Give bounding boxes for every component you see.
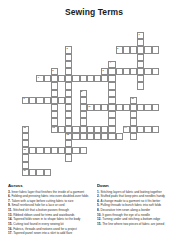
grid-cell[interactable] bbox=[51, 147, 58, 154]
grid-cell[interactable] bbox=[58, 147, 65, 154]
grid-cell[interactable] bbox=[94, 75, 101, 82]
grid-cell[interactable] bbox=[108, 118, 115, 125]
grid-cell[interactable] bbox=[22, 154, 29, 161]
grid-cell[interactable] bbox=[108, 111, 115, 118]
cell-number: 12 bbox=[23, 126, 25, 129]
grid-cell[interactable] bbox=[72, 75, 79, 82]
cell-number: 3 bbox=[117, 47, 118, 50]
grid-cell[interactable] bbox=[36, 147, 43, 154]
grid-cell[interactable] bbox=[152, 46, 159, 53]
clues-down-section: Down 1. Stitching layers of fabric and b… bbox=[97, 183, 183, 242]
grid-cell[interactable] bbox=[72, 147, 79, 154]
grid-cell[interactable] bbox=[130, 104, 137, 111]
grid-cell[interactable] bbox=[152, 104, 159, 111]
grid-cell[interactable] bbox=[144, 68, 151, 75]
grid-cell[interactable]: 3 bbox=[116, 46, 123, 53]
grid-cell[interactable]: 9 bbox=[22, 97, 29, 104]
grid-cell[interactable] bbox=[144, 46, 151, 53]
grid-cell[interactable] bbox=[116, 133, 123, 140]
cell-number: 5 bbox=[52, 69, 53, 72]
grid-cell[interactable] bbox=[65, 90, 72, 97]
cell-number: 6 bbox=[103, 69, 104, 72]
grid-cell[interactable] bbox=[36, 97, 43, 104]
grid-cell[interactable] bbox=[137, 46, 144, 53]
across-header: Across bbox=[8, 183, 94, 189]
grid-cell[interactable]: 11 bbox=[87, 104, 94, 111]
grid-cell[interactable] bbox=[44, 97, 51, 104]
grid-cell[interactable] bbox=[29, 147, 36, 154]
grid-cell[interactable] bbox=[144, 104, 151, 111]
grid-cell[interactable] bbox=[65, 68, 72, 75]
grid-cell[interactable]: 14 bbox=[123, 126, 130, 133]
grid-cell[interactable]: 7 bbox=[36, 75, 43, 82]
page-title: Sewing Terms bbox=[0, 7, 188, 17]
grid-cell[interactable] bbox=[80, 133, 87, 140]
grid-cell[interactable] bbox=[108, 82, 115, 89]
grid-cell[interactable] bbox=[65, 54, 72, 61]
grid-cell[interactable] bbox=[130, 133, 137, 140]
cell-number: 2 bbox=[67, 47, 68, 50]
grid-cell[interactable] bbox=[51, 90, 58, 97]
grid-cell[interactable] bbox=[65, 82, 72, 89]
grid-cell[interactable] bbox=[65, 111, 72, 118]
grid-cell[interactable]: 1 bbox=[137, 32, 144, 39]
grid-cell[interactable] bbox=[51, 82, 58, 89]
grid-cell[interactable] bbox=[137, 82, 144, 89]
grid-cell[interactable] bbox=[80, 126, 87, 133]
cell-number: 10 bbox=[131, 97, 133, 100]
down-clue-list: 1. Stitching layers of fabric and battin… bbox=[97, 191, 183, 227]
cell-number: 8 bbox=[81, 90, 82, 93]
grid-cell[interactable] bbox=[137, 75, 144, 82]
grid-cell[interactable] bbox=[22, 140, 29, 147]
grid-cell[interactable] bbox=[29, 97, 36, 104]
grid-cell[interactable] bbox=[51, 118, 58, 125]
across-clue-list: 3. Inner fabric layer that finishes the … bbox=[8, 191, 94, 237]
grid-cell[interactable] bbox=[44, 75, 51, 82]
grid-cell[interactable] bbox=[116, 68, 123, 75]
grid-cell[interactable] bbox=[58, 126, 65, 133]
grid-cell[interactable]: 10 bbox=[130, 97, 137, 104]
grid-cell[interactable] bbox=[58, 97, 65, 104]
grid-cell[interactable] bbox=[22, 133, 29, 140]
cell-number: 16 bbox=[23, 148, 25, 151]
grid-cell[interactable]: 8 bbox=[80, 90, 87, 97]
grid-cell[interactable] bbox=[108, 133, 115, 140]
grid-cell[interactable] bbox=[65, 61, 72, 68]
grid-cell[interactable] bbox=[123, 46, 130, 53]
grid-cell[interactable]: 12 bbox=[22, 126, 29, 133]
grid-cell[interactable] bbox=[51, 104, 58, 111]
grid-cell[interactable] bbox=[87, 75, 94, 82]
grid-cell[interactable] bbox=[65, 140, 72, 147]
grid-cell[interactable] bbox=[137, 68, 144, 75]
grid-cell[interactable] bbox=[72, 126, 79, 133]
grid-cell[interactable] bbox=[130, 68, 137, 75]
grid-cell[interactable] bbox=[51, 97, 58, 104]
cell-number: 7 bbox=[38, 76, 39, 79]
grid-cell[interactable]: 5 bbox=[51, 68, 58, 75]
grid-cell[interactable] bbox=[44, 169, 51, 176]
grid-cell[interactable] bbox=[65, 147, 72, 154]
grid-cell[interactable] bbox=[51, 111, 58, 118]
grid-cell[interactable] bbox=[80, 97, 87, 104]
grid-cell[interactable] bbox=[108, 90, 115, 97]
grid-cell[interactable] bbox=[108, 104, 115, 111]
grid-cell[interactable] bbox=[65, 97, 72, 104]
grid-cell[interactable]: 4 bbox=[108, 61, 115, 68]
cell-number: 11 bbox=[88, 105, 90, 108]
grid-cell[interactable] bbox=[72, 133, 79, 140]
clue-down-15: 15. The line where two pieces of fabric … bbox=[97, 223, 183, 227]
grid-cell[interactable] bbox=[152, 68, 159, 75]
grid-cell[interactable] bbox=[130, 46, 137, 53]
grid-cell[interactable] bbox=[152, 126, 159, 133]
grid-cell[interactable] bbox=[123, 104, 130, 111]
grid-cell[interactable] bbox=[65, 118, 72, 125]
grid-cell[interactable] bbox=[87, 133, 94, 140]
grid-cell[interactable] bbox=[101, 75, 108, 82]
grid-cell[interactable] bbox=[51, 75, 58, 82]
grid-cell[interactable]: 2 bbox=[65, 46, 72, 53]
grid-cell[interactable] bbox=[80, 111, 87, 118]
grid-cell[interactable] bbox=[80, 104, 87, 111]
clues-across-section: Across 3. Inner fabric layer that finish… bbox=[8, 183, 94, 242]
grid-cell[interactable] bbox=[58, 75, 65, 82]
grid-cell[interactable] bbox=[65, 126, 72, 133]
grid-cell[interactable] bbox=[123, 68, 130, 75]
grid-cell[interactable] bbox=[108, 126, 115, 133]
grid-cell[interactable] bbox=[65, 75, 72, 82]
crossword-grid: 1234567891011121314151617 bbox=[22, 32, 162, 178]
grid-cell[interactable] bbox=[80, 75, 87, 82]
crossword-worksheet: { "game": "crossword", "title": "Sewing … bbox=[0, 0, 188, 243]
grid-cell[interactable]: 6 bbox=[101, 68, 108, 75]
grid-cell[interactable] bbox=[130, 111, 137, 118]
grid-cell[interactable] bbox=[36, 169, 43, 176]
grid-cell[interactable] bbox=[137, 39, 144, 46]
grid-cell[interactable]: 13 bbox=[51, 126, 58, 133]
grid-cell[interactable] bbox=[44, 147, 51, 154]
grid-cell[interactable] bbox=[80, 147, 87, 154]
grid-cell[interactable] bbox=[108, 68, 115, 75]
grid-cell[interactable]: 16 bbox=[22, 147, 29, 154]
grid-cell[interactable] bbox=[137, 126, 144, 133]
grid-cell[interactable] bbox=[22, 162, 29, 169]
grid-cell[interactable] bbox=[137, 61, 144, 68]
grid-cell[interactable]: 17 bbox=[22, 169, 29, 176]
down-header: Down bbox=[97, 183, 183, 189]
grid-cell[interactable] bbox=[144, 126, 151, 133]
grid-cell[interactable] bbox=[101, 133, 108, 140]
grid-cell[interactable] bbox=[108, 75, 115, 82]
grid-cell[interactable] bbox=[130, 118, 137, 125]
cell-number: 4 bbox=[110, 61, 111, 64]
grid-cell[interactable] bbox=[65, 104, 72, 111]
grid-cell[interactable] bbox=[29, 169, 36, 176]
grid-cell[interactable] bbox=[94, 133, 101, 140]
grid-cell[interactable] bbox=[101, 104, 108, 111]
cell-number: 1 bbox=[139, 33, 140, 36]
cell-number: 17 bbox=[23, 169, 25, 172]
grid-cell[interactable] bbox=[108, 97, 115, 104]
grid-cell[interactable] bbox=[137, 54, 144, 61]
cell-number: 13 bbox=[52, 126, 54, 129]
cell-number: 15 bbox=[67, 133, 69, 136]
grid-cell[interactable] bbox=[116, 104, 123, 111]
grid-cell[interactable] bbox=[94, 104, 101, 111]
grid-cell[interactable] bbox=[80, 118, 87, 125]
cell-number: 14 bbox=[124, 126, 126, 129]
grid-cell[interactable] bbox=[94, 126, 101, 133]
grid-cell[interactable] bbox=[87, 126, 94, 133]
cell-number: 9 bbox=[23, 97, 24, 100]
grid-cell[interactable] bbox=[130, 126, 137, 133]
clue-across-17: 17. Tapered panel sewn into a skirt to a… bbox=[8, 232, 94, 236]
grid-cell[interactable] bbox=[137, 104, 144, 111]
grid-cell[interactable] bbox=[65, 154, 72, 161]
grid-cell[interactable]: 15 bbox=[65, 133, 72, 140]
grid-cell[interactable] bbox=[101, 126, 108, 133]
